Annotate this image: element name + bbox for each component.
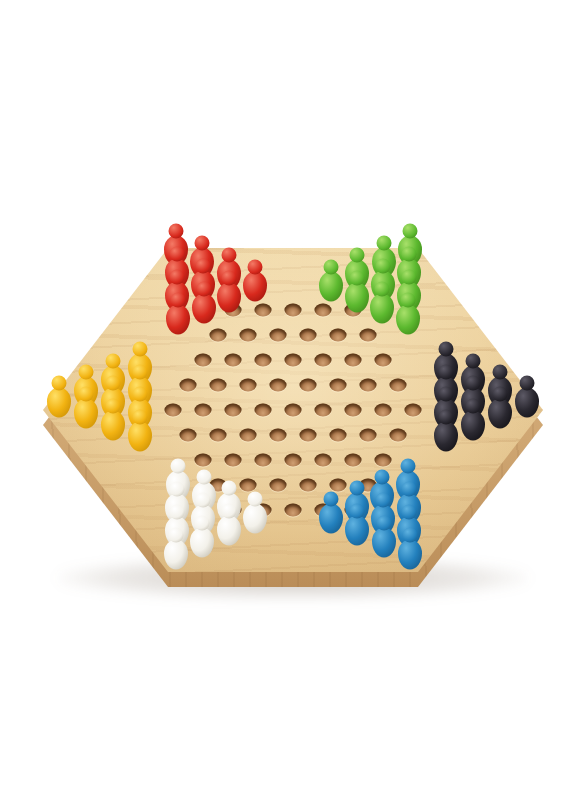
peg-red[interactable] [192, 282, 216, 324]
hole[interactable] [195, 454, 212, 467]
hole[interactable] [285, 304, 302, 317]
peg-white[interactable] [243, 492, 267, 534]
hole[interactable] [330, 329, 347, 342]
hole[interactable] [330, 429, 347, 442]
hole[interactable] [285, 504, 302, 517]
hole[interactable] [360, 429, 377, 442]
hole[interactable] [270, 379, 287, 392]
hole[interactable] [315, 304, 332, 317]
hole[interactable] [210, 379, 227, 392]
hole[interactable] [225, 354, 242, 367]
hole[interactable] [390, 379, 407, 392]
hole[interactable] [300, 329, 317, 342]
peg-blue[interactable] [372, 516, 396, 558]
hole[interactable] [285, 454, 302, 467]
hole[interactable] [210, 429, 227, 442]
peg-blue[interactable] [345, 504, 369, 546]
peg-red[interactable] [166, 293, 190, 335]
hole[interactable] [375, 454, 392, 467]
hole[interactable] [300, 379, 317, 392]
peg-red[interactable] [217, 271, 241, 313]
hole[interactable] [240, 329, 257, 342]
hole[interactable] [360, 329, 377, 342]
peg-green[interactable] [345, 271, 369, 313]
hole[interactable] [285, 404, 302, 417]
board-cells-layer [0, 0, 587, 800]
hole[interactable] [255, 304, 272, 317]
hole[interactable] [195, 354, 212, 367]
hole[interactable] [345, 454, 362, 467]
hole[interactable] [375, 404, 392, 417]
hole[interactable] [240, 379, 257, 392]
hole[interactable] [255, 454, 272, 467]
hole[interactable] [225, 404, 242, 417]
hole[interactable] [390, 429, 407, 442]
hole[interactable] [165, 404, 182, 417]
hole[interactable] [270, 329, 287, 342]
peg-white[interactable] [217, 504, 241, 546]
hole[interactable] [405, 404, 422, 417]
hole[interactable] [180, 379, 197, 392]
hole[interactable] [270, 429, 287, 442]
peg-green[interactable] [396, 293, 420, 335]
peg-black[interactable] [515, 376, 539, 418]
hole[interactable] [195, 404, 212, 417]
hole[interactable] [315, 354, 332, 367]
peg-yellow[interactable] [101, 398, 125, 440]
peg-red[interactable] [243, 259, 267, 301]
peg-green[interactable] [319, 259, 343, 301]
peg-black[interactable] [434, 409, 458, 451]
peg-blue[interactable] [319, 492, 343, 534]
hole[interactable] [240, 479, 257, 492]
hole[interactable] [330, 379, 347, 392]
hole[interactable] [225, 454, 242, 467]
hole[interactable] [255, 404, 272, 417]
peg-black[interactable] [488, 387, 512, 429]
hole[interactable] [300, 479, 317, 492]
hole[interactable] [300, 429, 317, 442]
peg-black[interactable] [461, 398, 485, 440]
hole[interactable] [345, 354, 362, 367]
hole[interactable] [315, 454, 332, 467]
hole[interactable] [255, 354, 272, 367]
peg-yellow[interactable] [128, 409, 152, 451]
hole[interactable] [345, 404, 362, 417]
peg-green[interactable] [370, 282, 394, 324]
hole[interactable] [270, 479, 287, 492]
hole[interactable] [375, 354, 392, 367]
hole[interactable] [360, 379, 377, 392]
hole[interactable] [210, 329, 227, 342]
hole[interactable] [180, 429, 197, 442]
hole[interactable] [285, 354, 302, 367]
peg-white[interactable] [190, 516, 214, 558]
peg-yellow[interactable] [47, 376, 71, 418]
peg-yellow[interactable] [74, 387, 98, 429]
hole[interactable] [240, 429, 257, 442]
peg-white[interactable] [164, 528, 188, 570]
peg-blue[interactable] [398, 528, 422, 570]
hole[interactable] [315, 404, 332, 417]
product-photo [0, 0, 587, 800]
